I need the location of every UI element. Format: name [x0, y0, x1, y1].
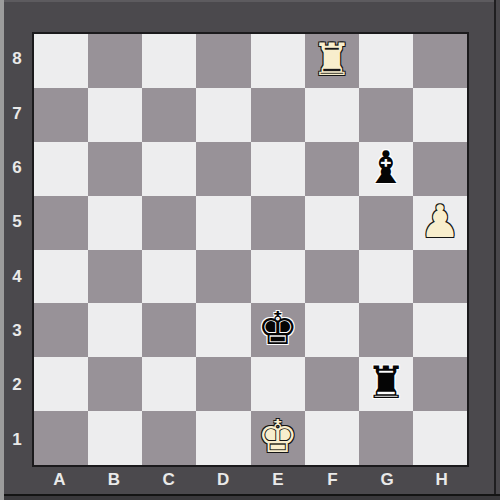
rank-label-6: 6	[4, 141, 30, 195]
square-a8[interactable]	[34, 34, 88, 88]
rank-label-1: 1	[4, 413, 30, 467]
rank-label-3: 3	[4, 304, 30, 358]
square-g1[interactable]	[359, 411, 413, 465]
square-b8[interactable]	[88, 34, 142, 88]
piece-black-king[interactable]: ♚	[257, 306, 297, 351]
file-label-g: G	[360, 467, 415, 493]
square-h4[interactable]	[413, 250, 467, 304]
square-e1[interactable]: ♚	[251, 411, 305, 465]
square-e6[interactable]	[251, 142, 305, 196]
file-label-e: E	[251, 467, 306, 493]
square-g3[interactable]	[359, 303, 413, 357]
square-d3[interactable]	[196, 303, 250, 357]
square-f5[interactable]	[305, 196, 359, 250]
square-c2[interactable]	[142, 357, 196, 411]
file-label-f: F	[305, 467, 360, 493]
square-g6[interactable]: ♝	[359, 142, 413, 196]
square-b1[interactable]	[88, 411, 142, 465]
square-a5[interactable]	[34, 196, 88, 250]
square-b2[interactable]	[88, 357, 142, 411]
square-e5[interactable]	[251, 196, 305, 250]
piece-white-pawn[interactable]: ♟	[420, 199, 460, 244]
file-label-h: H	[414, 467, 469, 493]
square-h1[interactable]	[413, 411, 467, 465]
square-d2[interactable]	[196, 357, 250, 411]
square-a3[interactable]	[34, 303, 88, 357]
square-f1[interactable]	[305, 411, 359, 465]
file-labels: ABCDEFGH	[32, 467, 469, 493]
piece-black-bishop[interactable]: ♝	[366, 145, 406, 190]
frame-bevel-right	[494, 0, 500, 500]
square-e8[interactable]	[251, 34, 305, 88]
piece-white-rook[interactable]: ♜	[312, 37, 352, 82]
rank-label-8: 8	[4, 32, 30, 86]
square-a1[interactable]	[34, 411, 88, 465]
square-f3[interactable]	[305, 303, 359, 357]
square-h2[interactable]	[413, 357, 467, 411]
file-label-a: A	[32, 467, 87, 493]
square-c5[interactable]	[142, 196, 196, 250]
square-f6[interactable]	[305, 142, 359, 196]
piece-white-king[interactable]: ♚	[257, 414, 297, 459]
square-g8[interactable]	[359, 34, 413, 88]
square-e3[interactable]: ♚	[251, 303, 305, 357]
square-f7[interactable]	[305, 88, 359, 142]
square-b5[interactable]	[88, 196, 142, 250]
frame-bevel-top	[0, 0, 500, 2]
file-label-c: C	[141, 467, 196, 493]
square-d4[interactable]	[196, 250, 250, 304]
file-label-b: B	[87, 467, 142, 493]
square-h6[interactable]	[413, 142, 467, 196]
chess-board: ♜♝♟♚♜♚	[32, 32, 469, 467]
square-a6[interactable]	[34, 142, 88, 196]
square-d5[interactable]	[196, 196, 250, 250]
rank-label-4: 4	[4, 250, 30, 304]
square-g7[interactable]	[359, 88, 413, 142]
square-f4[interactable]	[305, 250, 359, 304]
square-e7[interactable]	[251, 88, 305, 142]
piece-black-rook[interactable]: ♜	[366, 360, 406, 405]
square-b6[interactable]	[88, 142, 142, 196]
square-c7[interactable]	[142, 88, 196, 142]
square-h3[interactable]	[413, 303, 467, 357]
square-d7[interactable]	[196, 88, 250, 142]
square-h7[interactable]	[413, 88, 467, 142]
rank-label-5: 5	[4, 195, 30, 249]
square-g4[interactable]	[359, 250, 413, 304]
square-d8[interactable]	[196, 34, 250, 88]
square-c6[interactable]	[142, 142, 196, 196]
square-d6[interactable]	[196, 142, 250, 196]
square-h8[interactable]	[413, 34, 467, 88]
square-c3[interactable]	[142, 303, 196, 357]
square-f2[interactable]	[305, 357, 359, 411]
square-b3[interactable]	[88, 303, 142, 357]
square-c8[interactable]	[142, 34, 196, 88]
square-a4[interactable]	[34, 250, 88, 304]
chess-board-frame: 87654321 ♜♝♟♚♜♚ ABCDEFGH	[0, 0, 500, 500]
square-a2[interactable]	[34, 357, 88, 411]
square-a7[interactable]	[34, 88, 88, 142]
rank-labels: 87654321	[4, 32, 30, 467]
rank-label-7: 7	[4, 86, 30, 140]
file-label-d: D	[196, 467, 251, 493]
square-g5[interactable]	[359, 196, 413, 250]
square-c4[interactable]	[142, 250, 196, 304]
square-b7[interactable]	[88, 88, 142, 142]
square-h5[interactable]: ♟	[413, 196, 467, 250]
square-e4[interactable]	[251, 250, 305, 304]
square-d1[interactable]	[196, 411, 250, 465]
square-f8[interactable]: ♜	[305, 34, 359, 88]
square-b4[interactable]	[88, 250, 142, 304]
square-g2[interactable]: ♜	[359, 357, 413, 411]
rank-label-2: 2	[4, 358, 30, 412]
square-c1[interactable]	[142, 411, 196, 465]
square-e2[interactable]	[251, 357, 305, 411]
frame-bevel-bottom	[0, 494, 500, 500]
